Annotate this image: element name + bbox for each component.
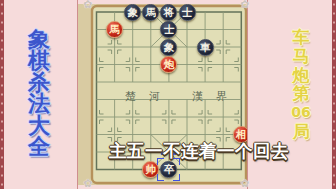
- piece-black-象[interactable]: 象: [160, 39, 177, 56]
- piece-black-士[interactable]: 士: [179, 4, 196, 21]
- left-banner-char: 法: [17, 93, 61, 114]
- left-banner-char: 杀: [17, 72, 61, 93]
- piece-glyph: 帅: [146, 164, 157, 175]
- right-edge-ornament-strip: [332, 0, 336, 189]
- piece-glyph: 車: [200, 42, 211, 53]
- piece-black-馬[interactable]: 馬: [142, 4, 159, 21]
- right-banner-char: 马: [286, 47, 316, 66]
- piece-glyph: 炮: [164, 59, 175, 70]
- piece-glyph: 象: [127, 7, 138, 18]
- piece-glyph: 象: [164, 42, 175, 53]
- piece-black-象[interactable]: 象: [124, 4, 141, 21]
- right-banner-char: 06: [286, 103, 316, 122]
- piece-black-車[interactable]: 車: [197, 39, 214, 56]
- piece-glyph: 馬: [109, 24, 120, 35]
- right-banner-char: 炮: [286, 66, 316, 85]
- video-frame: 楚河漢界象馬将士馬士象車炮相帅卒 象棋杀法大全 车马炮第06局 ✿ ✿ ✿ ✿ …: [0, 0, 336, 189]
- piece-glyph: 士: [182, 7, 193, 18]
- piece-black-将[interactable]: 将: [160, 4, 177, 21]
- piece-glyph: 士: [164, 24, 175, 35]
- left-banner-char: 大: [17, 115, 61, 136]
- left-banner: 象棋杀法大全: [17, 29, 61, 157]
- piece-glyph: 将: [164, 7, 175, 18]
- right-banner-char: 局: [286, 122, 316, 141]
- svg-text:楚河: 楚河: [125, 90, 173, 103]
- left-edge-ornament-strip: [0, 0, 4, 189]
- right-banner: 车马炮第06局: [286, 28, 316, 141]
- left-banner-char: 全: [17, 136, 61, 157]
- right-banner-char: 第: [286, 84, 316, 103]
- piece-red-馬[interactable]: 馬: [106, 21, 123, 38]
- piece-glyph: 馬: [146, 7, 157, 18]
- svg-text:漢界: 漢界: [192, 90, 240, 103]
- left-banner-char: 棋: [17, 50, 61, 71]
- right-banner-char: 车: [286, 28, 316, 47]
- subtitle-caption: 主五一不连着一个回去: [109, 139, 289, 163]
- piece-glyph: 卒: [164, 164, 175, 175]
- left-banner-char: 象: [17, 29, 61, 50]
